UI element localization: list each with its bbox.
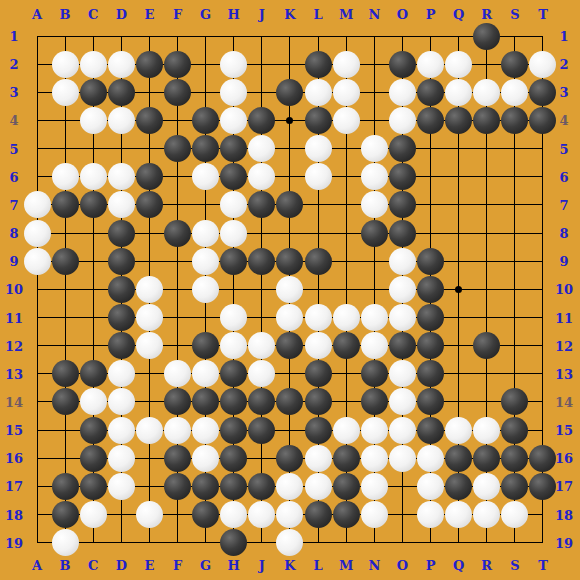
go-board[interactable]: AABBCCDDEEFFGGHHJJKKLLMMNNOOPPQQRRSSTT11… — [0, 0, 580, 580]
row-label-left: 3 — [9, 86, 18, 99]
row-label-left: 12 — [5, 339, 23, 352]
column-label-top: B — [60, 8, 71, 21]
column-label-top: M — [339, 8, 353, 21]
column-label-top: T — [538, 8, 548, 21]
column-label-top: C — [88, 8, 98, 21]
row-label-left: 19 — [5, 536, 23, 549]
column-label-bottom: D — [116, 559, 127, 572]
row-label-left: 5 — [9, 142, 18, 155]
row-label-right: 10 — [555, 283, 573, 296]
row-label-right: 7 — [559, 198, 568, 211]
row-label-left: 16 — [5, 452, 23, 465]
column-label-bottom: S — [510, 559, 519, 572]
column-label-bottom: B — [60, 559, 71, 572]
column-label-top: R — [481, 8, 492, 21]
row-label-left: 1 — [9, 30, 18, 43]
column-label-bottom: A — [32, 559, 42, 572]
column-label-bottom: T — [538, 559, 548, 572]
row-label-left: 2 — [9, 58, 18, 71]
row-label-left: 4 — [9, 114, 18, 127]
column-label-bottom: L — [314, 559, 323, 572]
column-label-bottom: K — [284, 559, 295, 572]
row-label-right: 13 — [555, 367, 573, 380]
column-label-top: F — [173, 8, 182, 21]
column-label-top: L — [314, 8, 323, 21]
column-label-bottom: P — [426, 559, 436, 572]
column-label-bottom: Q — [453, 559, 464, 572]
row-label-right: 5 — [559, 142, 568, 155]
row-label-left: 18 — [5, 508, 23, 521]
row-label-right: 2 — [559, 58, 568, 71]
row-label-left: 9 — [9, 255, 18, 268]
row-label-right: 16 — [555, 452, 573, 465]
row-label-left: 11 — [5, 311, 23, 324]
row-label-left: 8 — [9, 227, 18, 240]
row-label-right: 14 — [555, 395, 573, 408]
coordinate-labels: AABBCCDDEEFFGGHHJJKKLLMMNNOOPPQQRRSSTT11… — [0, 0, 580, 580]
column-label-bottom: C — [88, 559, 98, 572]
column-label-top: G — [200, 8, 211, 21]
column-label-top: E — [144, 8, 154, 21]
row-label-right: 6 — [559, 170, 568, 183]
column-label-top: K — [284, 8, 295, 21]
column-label-top: S — [510, 8, 519, 21]
column-label-bottom: J — [259, 559, 265, 572]
column-label-top: A — [32, 8, 42, 21]
row-label-right: 1 — [559, 30, 568, 43]
row-label-right: 17 — [555, 480, 573, 493]
row-label-right: 4 — [559, 114, 568, 127]
column-label-top: J — [259, 8, 265, 21]
column-label-bottom: M — [339, 559, 353, 572]
column-label-bottom: H — [228, 559, 240, 572]
row-label-right: 8 — [559, 227, 568, 240]
column-label-top: D — [116, 8, 127, 21]
row-label-right: 15 — [555, 424, 573, 437]
column-label-bottom: E — [144, 559, 154, 572]
row-label-left: 17 — [5, 480, 23, 493]
row-label-right: 19 — [555, 536, 573, 549]
column-label-top: N — [368, 8, 380, 21]
column-label-top: Q — [453, 8, 464, 21]
column-label-bottom: R — [481, 559, 492, 572]
row-label-right: 18 — [555, 508, 573, 521]
row-label-left: 14 — [5, 395, 23, 408]
row-label-left: 13 — [5, 367, 23, 380]
row-label-right: 9 — [559, 255, 568, 268]
row-label-left: 10 — [5, 283, 23, 296]
column-label-bottom: O — [397, 559, 408, 572]
row-label-right: 12 — [555, 339, 573, 352]
column-label-top: H — [228, 8, 240, 21]
column-label-bottom: N — [368, 559, 380, 572]
column-label-bottom: F — [173, 559, 182, 572]
column-label-top: O — [397, 8, 408, 21]
row-label-left: 6 — [9, 170, 18, 183]
row-label-left: 15 — [5, 424, 23, 437]
column-label-bottom: G — [200, 559, 211, 572]
row-label-right: 11 — [555, 311, 573, 324]
column-label-top: P — [426, 8, 436, 21]
row-label-left: 7 — [9, 198, 18, 211]
row-label-right: 3 — [559, 86, 568, 99]
